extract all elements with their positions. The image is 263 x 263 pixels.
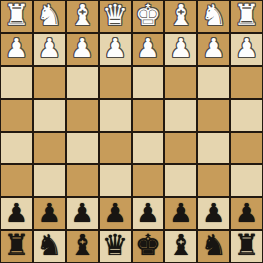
- square-g1[interactable]: ♞: [198, 1, 229, 32]
- white-pawn[interactable]: ♟: [169, 35, 192, 61]
- square-h5[interactable]: [231, 133, 262, 164]
- black-pawn[interactable]: ♟: [5, 200, 28, 226]
- square-b5[interactable]: [34, 133, 65, 164]
- white-pawn[interactable]: ♟: [71, 35, 94, 61]
- white-pawn[interactable]: ♟: [38, 35, 61, 61]
- white-knight[interactable]: ♞: [36, 1, 62, 30]
- white-pawn[interactable]: ♟: [103, 35, 126, 61]
- square-g6[interactable]: [198, 165, 229, 196]
- square-a8[interactable]: ♜: [1, 231, 32, 262]
- white-pawn[interactable]: ♟: [202, 35, 225, 61]
- square-b3[interactable]: [34, 67, 65, 98]
- square-f2[interactable]: ♟: [165, 34, 196, 65]
- square-g7[interactable]: ♟: [198, 198, 229, 229]
- square-f3[interactable]: [165, 67, 196, 98]
- square-d4[interactable]: [100, 100, 131, 131]
- square-g2[interactable]: ♟: [198, 34, 229, 65]
- square-a1[interactable]: ♜: [1, 1, 32, 32]
- square-d5[interactable]: [100, 133, 131, 164]
- square-h4[interactable]: [231, 100, 262, 131]
- square-a3[interactable]: [1, 67, 32, 98]
- square-g5[interactable]: [198, 133, 229, 164]
- black-knight[interactable]: ♞: [201, 231, 227, 260]
- black-knight[interactable]: ♞: [36, 231, 62, 260]
- square-a7[interactable]: ♟: [1, 198, 32, 229]
- square-b1[interactable]: ♞: [34, 1, 65, 32]
- black-pawn[interactable]: ♟: [202, 200, 225, 226]
- black-bishop[interactable]: ♝: [168, 231, 194, 260]
- square-c4[interactable]: [67, 100, 98, 131]
- square-b2[interactable]: ♟: [34, 34, 65, 65]
- square-f6[interactable]: [165, 165, 196, 196]
- square-h6[interactable]: [231, 165, 262, 196]
- square-b8[interactable]: ♞: [34, 231, 65, 262]
- square-e2[interactable]: ♟: [133, 34, 164, 65]
- square-b4[interactable]: [34, 100, 65, 131]
- square-c2[interactable]: ♟: [67, 34, 98, 65]
- square-f1[interactable]: ♝: [165, 1, 196, 32]
- white-bishop[interactable]: ♝: [168, 1, 194, 30]
- black-pawn[interactable]: ♟: [235, 200, 258, 226]
- square-e1[interactable]: ♚: [133, 1, 164, 32]
- square-c5[interactable]: [67, 133, 98, 164]
- square-d7[interactable]: ♟: [100, 198, 131, 229]
- white-bishop[interactable]: ♝: [69, 1, 95, 30]
- white-pawn[interactable]: ♟: [5, 35, 28, 61]
- square-g4[interactable]: [198, 100, 229, 131]
- black-pawn[interactable]: ♟: [169, 200, 192, 226]
- square-d8[interactable]: ♛: [100, 231, 131, 262]
- square-d1[interactable]: ♛: [100, 1, 131, 32]
- square-f7[interactable]: ♟: [165, 198, 196, 229]
- square-e7[interactable]: ♟: [133, 198, 164, 229]
- black-queen[interactable]: ♛: [102, 231, 128, 260]
- black-pawn[interactable]: ♟: [71, 200, 94, 226]
- square-f5[interactable]: [165, 133, 196, 164]
- square-a4[interactable]: [1, 100, 32, 131]
- square-g8[interactable]: ♞: [198, 231, 229, 262]
- white-pawn[interactable]: ♟: [136, 35, 159, 61]
- square-b7[interactable]: ♟: [34, 198, 65, 229]
- black-pawn[interactable]: ♟: [38, 200, 61, 226]
- square-c8[interactable]: ♝: [67, 231, 98, 262]
- square-h1[interactable]: ♜: [231, 1, 262, 32]
- square-c7[interactable]: ♟: [67, 198, 98, 229]
- white-knight[interactable]: ♞: [201, 1, 227, 30]
- black-rook[interactable]: ♜: [3, 231, 29, 260]
- square-h8[interactable]: ♜: [231, 231, 262, 262]
- black-pawn[interactable]: ♟: [103, 200, 126, 226]
- square-e8[interactable]: ♚: [133, 231, 164, 262]
- black-bishop[interactable]: ♝: [69, 231, 95, 260]
- white-king[interactable]: ♚: [135, 1, 161, 30]
- square-c3[interactable]: [67, 67, 98, 98]
- square-h7[interactable]: ♟: [231, 198, 262, 229]
- black-rook[interactable]: ♜: [234, 231, 260, 260]
- square-a5[interactable]: [1, 133, 32, 164]
- white-pawn[interactable]: ♟: [235, 35, 258, 61]
- square-e6[interactable]: [133, 165, 164, 196]
- square-c1[interactable]: ♝: [67, 1, 98, 32]
- square-d6[interactable]: [100, 165, 131, 196]
- white-rook[interactable]: ♜: [234, 1, 260, 30]
- square-h3[interactable]: [231, 67, 262, 98]
- square-c6[interactable]: [67, 165, 98, 196]
- square-a6[interactable]: [1, 165, 32, 196]
- square-d3[interactable]: [100, 67, 131, 98]
- square-b6[interactable]: [34, 165, 65, 196]
- square-d2[interactable]: ♟: [100, 34, 131, 65]
- white-queen[interactable]: ♛: [102, 1, 128, 30]
- black-pawn[interactable]: ♟: [136, 200, 159, 226]
- square-g3[interactable]: [198, 67, 229, 98]
- square-a2[interactable]: ♟: [1, 34, 32, 65]
- black-king[interactable]: ♚: [135, 231, 161, 260]
- square-e4[interactable]: [133, 100, 164, 131]
- chess-board: ♜♞♝♛♚♝♞♜♟♟♟♟♟♟♟♟♟♟♟♟♟♟♟♟♜♞♝♛♚♝♞♜: [0, 0, 263, 263]
- square-e3[interactable]: [133, 67, 164, 98]
- square-f8[interactable]: ♝: [165, 231, 196, 262]
- white-rook[interactable]: ♜: [3, 1, 29, 30]
- square-f4[interactable]: [165, 100, 196, 131]
- square-h2[interactable]: ♟: [231, 34, 262, 65]
- square-e5[interactable]: [133, 133, 164, 164]
